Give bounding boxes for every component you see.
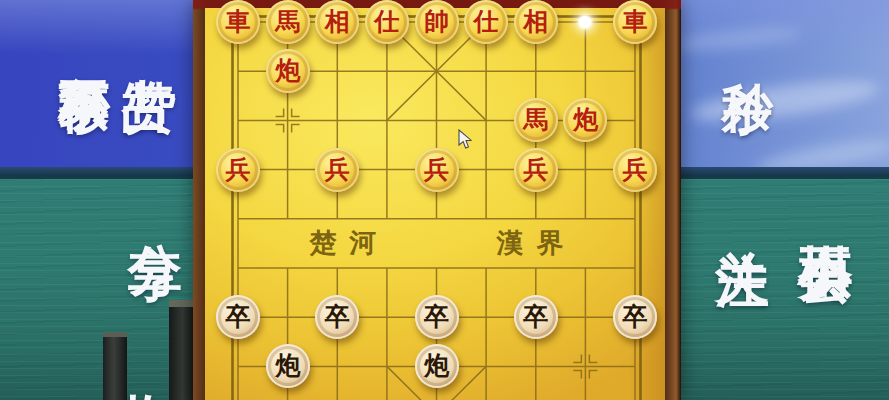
- piece-red-車[interactable]: 車: [216, 0, 260, 44]
- scene: 楚河 漢界 車馬相仕帥仕相車炮馬炮兵兵兵兵兵卒卒卒卒卒炮炮 象棋不秒下 占赞 分…: [0, 0, 889, 400]
- caption-follow: 关注: [706, 206, 779, 210]
- mouse-cursor-icon: [458, 129, 473, 150]
- piece-black-卒[interactable]: 卒: [415, 295, 459, 339]
- wooden-piling: [169, 300, 196, 400]
- caption-chess-strength: 棋力不会: [789, 200, 863, 208]
- caption-grow: 长: [700, 357, 773, 359]
- piece-red-兵[interactable]: 兵: [415, 148, 459, 192]
- piece-red-帥[interactable]: 帥: [415, 0, 459, 44]
- piece-red-相[interactable]: 相: [514, 0, 558, 44]
- piece-red-炮[interactable]: 炮: [266, 49, 310, 93]
- wooden-piling: [103, 332, 127, 400]
- piece-red-馬[interactable]: 馬: [514, 98, 558, 142]
- cloud: [689, 73, 881, 129]
- piece-red-仕[interactable]: 仕: [464, 0, 508, 44]
- piece-red-兵[interactable]: 兵: [613, 148, 657, 192]
- river-label-chu: 楚河: [283, 226, 403, 260]
- caption-play-fast: 象棋不秒下: [49, 37, 118, 47]
- piece-red-車[interactable]: 車: [613, 0, 657, 44]
- caption-seckill: 秒杀: [712, 42, 781, 46]
- piece-black-卒[interactable]: 卒: [514, 295, 558, 339]
- piece-red-馬[interactable]: 馬: [266, 0, 310, 44]
- river-label-han: 漢界: [470, 226, 590, 260]
- caption-like: 占赞: [112, 34, 186, 38]
- piece-black-炮[interactable]: 炮: [266, 344, 310, 388]
- piece-red-仕[interactable]: 仕: [365, 0, 409, 44]
- piece-black-卒[interactable]: 卒: [216, 295, 260, 339]
- piece-red-兵[interactable]: 兵: [315, 148, 359, 192]
- cloud: [671, 23, 802, 54]
- piece-red-兵[interactable]: 兵: [514, 148, 558, 192]
- piece-black-炮[interactable]: 炮: [415, 344, 459, 388]
- caption-share: 分享: [119, 200, 192, 204]
- piece-red-兵[interactable]: 兵: [216, 148, 260, 192]
- caption-collect: 收: [108, 352, 181, 354]
- piece-black-卒[interactable]: 卒: [613, 295, 657, 339]
- piece-red-相[interactable]: 相: [315, 0, 359, 44]
